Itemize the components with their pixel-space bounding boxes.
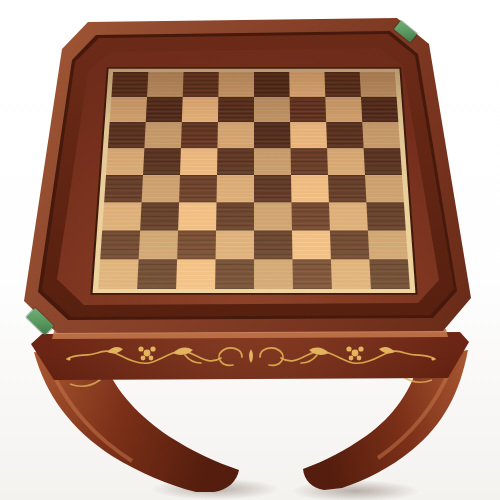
board-square	[218, 97, 254, 122]
board-square	[218, 72, 254, 97]
board-square	[290, 122, 327, 148]
board-square	[360, 72, 397, 97]
board-square	[366, 202, 405, 230]
board-square	[254, 122, 291, 148]
board-square	[325, 97, 362, 122]
board-square	[292, 259, 331, 289]
marquetry-vine-inlay	[55, 339, 447, 375]
board-square	[100, 231, 140, 260]
board-square	[291, 148, 328, 175]
board-square	[254, 148, 291, 175]
board-square	[178, 202, 216, 230]
board-square	[143, 148, 181, 175]
board-square	[146, 97, 183, 122]
board-square	[326, 122, 363, 148]
board-square	[216, 202, 254, 230]
board-square	[362, 122, 400, 148]
board-square	[217, 148, 254, 175]
board-square	[330, 231, 369, 260]
board-square	[147, 72, 184, 97]
board-square	[292, 231, 331, 260]
board-square	[102, 202, 141, 230]
board-square	[254, 231, 292, 260]
board-square	[254, 202, 292, 230]
board-square	[254, 72, 290, 97]
board-square	[137, 259, 177, 289]
board-square	[254, 97, 290, 122]
board-square	[289, 72, 325, 97]
board-square	[327, 148, 365, 175]
board-square	[365, 175, 404, 202]
board-square	[183, 72, 219, 97]
board-square	[106, 148, 144, 175]
board-square	[369, 259, 409, 289]
board-square	[217, 175, 254, 202]
board-perspective-wrap	[93, 69, 416, 293]
board-square	[98, 259, 138, 289]
board-square	[215, 259, 254, 289]
board-square	[291, 175, 329, 202]
board-square	[364, 148, 402, 175]
board-square	[182, 97, 219, 122]
board-square	[176, 259, 215, 289]
board-square	[180, 148, 217, 175]
board-square	[329, 202, 368, 230]
board-square	[361, 97, 398, 122]
board-square	[331, 259, 371, 289]
board-square	[254, 175, 291, 202]
board-square	[291, 202, 329, 230]
board-square	[324, 72, 361, 97]
board-square	[181, 122, 218, 148]
board-square	[328, 175, 366, 202]
board-square	[290, 97, 327, 122]
board-square	[254, 259, 293, 289]
board-square	[111, 72, 148, 97]
board-square	[144, 122, 181, 148]
board-square	[140, 202, 179, 230]
board-square	[179, 175, 217, 202]
board-square	[139, 231, 178, 260]
board-square	[108, 122, 146, 148]
board-square	[177, 231, 216, 260]
board-square	[110, 97, 147, 122]
board-square	[217, 122, 254, 148]
photo-scene	[0, 0, 500, 500]
board-square	[104, 175, 143, 202]
board-square	[368, 231, 408, 260]
chess-board	[93, 69, 416, 293]
board-square	[142, 175, 180, 202]
board-square	[216, 231, 254, 260]
